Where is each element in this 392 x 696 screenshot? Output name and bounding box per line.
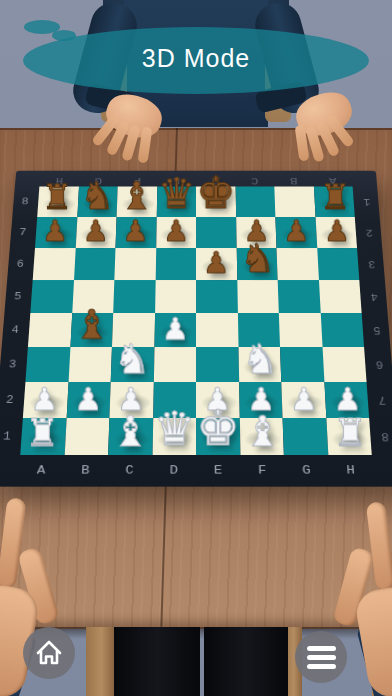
- square-c7[interactable]: ♟: [115, 217, 156, 248]
- file-label: B: [274, 171, 314, 185]
- square-b1[interactable]: [64, 418, 109, 455]
- square-e7[interactable]: [196, 217, 236, 248]
- square-b6[interactable]: [74, 248, 116, 280]
- black-knight-b8[interactable]: ♞: [77, 176, 117, 214]
- square-f5[interactable]: [237, 280, 279, 313]
- square-b3[interactable]: [68, 347, 112, 382]
- rank-label: 3: [362, 248, 382, 280]
- file-label: H: [328, 463, 373, 482]
- rank-label: 8: [15, 187, 34, 217]
- player-right-leg: [204, 627, 288, 696]
- white-queen-d1[interactable]: ♛: [152, 406, 196, 453]
- rank-label: 2: [0, 382, 20, 418]
- black-knight-f6[interactable]: ♞: [237, 238, 278, 277]
- square-b4[interactable]: ♝: [70, 313, 113, 347]
- square-g4[interactable]: [279, 313, 322, 347]
- square-a7[interactable]: ♟: [35, 217, 77, 248]
- square-e3[interactable]: [196, 347, 239, 382]
- square-d8[interactable]: ♛: [156, 187, 196, 217]
- square-e4[interactable]: [196, 313, 238, 347]
- square-b7[interactable]: ♟: [75, 217, 116, 248]
- square-e6[interactable]: ♟: [196, 248, 237, 280]
- black-pawn-h7[interactable]: ♟: [317, 217, 357, 246]
- white-king-e1[interactable]: ♚: [196, 404, 240, 453]
- file-label: D: [152, 463, 196, 482]
- white-rook-h1[interactable]: ♜: [328, 414, 372, 452]
- file-label: B: [63, 463, 108, 482]
- square-g7[interactable]: ♟: [275, 217, 316, 248]
- square-a5[interactable]: [30, 280, 73, 313]
- square-d7[interactable]: ♟: [156, 217, 196, 248]
- square-d5[interactable]: [155, 280, 196, 313]
- white-pawn-d4[interactable]: ♟: [154, 314, 196, 344]
- banner-blob: [52, 30, 76, 41]
- square-a8[interactable]: ♜: [37, 187, 78, 217]
- rank-label: 3: [2, 347, 23, 382]
- player-left-leg: [114, 627, 200, 696]
- square-h6[interactable]: [317, 248, 360, 280]
- square-a4[interactable]: [28, 313, 72, 347]
- square-c1[interactable]: ♝: [108, 418, 153, 455]
- square-d6[interactable]: [155, 248, 196, 280]
- square-c3[interactable]: ♞: [111, 347, 154, 382]
- square-f1[interactable]: ♝: [239, 418, 284, 455]
- rank-label: 1: [357, 187, 376, 217]
- rank-label: 4: [5, 313, 26, 347]
- square-e8[interactable]: ♚: [196, 187, 236, 217]
- black-queen-d8[interactable]: ♛: [156, 173, 196, 215]
- white-rook-a1[interactable]: ♜: [20, 414, 64, 452]
- square-f3[interactable]: ♞: [238, 347, 281, 382]
- file-label: F: [240, 463, 285, 482]
- square-g6[interactable]: [277, 248, 319, 280]
- rank-label: 6: [10, 248, 30, 280]
- square-c6[interactable]: [114, 248, 155, 280]
- black-bishop-c8[interactable]: ♝: [117, 176, 157, 214]
- square-b8[interactable]: ♞: [77, 187, 118, 217]
- square-c5[interactable]: [113, 280, 155, 313]
- file-label: E: [196, 463, 240, 482]
- square-f6[interactable]: ♞: [236, 248, 277, 280]
- white-pawn-b2[interactable]: ♟: [66, 384, 109, 415]
- file-label: C: [107, 463, 152, 482]
- black-rook-h8[interactable]: ♜: [315, 180, 355, 214]
- rank-label: 2: [360, 217, 380, 248]
- square-e1[interactable]: ♚: [196, 418, 240, 455]
- black-pawn-e6[interactable]: ♟: [196, 248, 237, 277]
- chessboard-3d[interactable]: ABCDEFGH ABCDEFGH 87654321 87654321 ♜♞♝♛…: [0, 171, 392, 487]
- square-g3[interactable]: [280, 347, 324, 382]
- file-label: G: [284, 463, 329, 482]
- black-king-e8[interactable]: ♚: [196, 171, 236, 215]
- square-b2[interactable]: ♟: [66, 382, 111, 418]
- square-e5[interactable]: [196, 280, 237, 313]
- square-h1[interactable]: ♜: [326, 418, 372, 455]
- square-h8[interactable]: ♜: [313, 187, 354, 217]
- square-c8[interactable]: ♝: [117, 187, 157, 217]
- square-a3[interactable]: [25, 347, 70, 382]
- file-label: A: [18, 463, 63, 482]
- white-bishop-f1[interactable]: ♝: [240, 410, 284, 452]
- square-a1[interactable]: ♜: [20, 418, 66, 455]
- square-d3[interactable]: [153, 347, 196, 382]
- square-d1[interactable]: ♛: [152, 418, 196, 455]
- hamburger-icon: [307, 646, 336, 669]
- rank-label: 5: [367, 313, 388, 347]
- home-button[interactable]: [23, 627, 75, 679]
- black-pawn-c7[interactable]: ♟: [116, 217, 156, 246]
- square-g5[interactable]: [278, 280, 321, 313]
- board-squares: ♜♞♝♛♚♜♟♟♟♟♟♟♟♟♞♝♟♞♞♟♟♟♟♟♟♟♜♝♛♚♝♜: [20, 187, 372, 455]
- file-labels-bottom: ABCDEFGH: [18, 463, 373, 482]
- rank-label: 8: [374, 418, 392, 455]
- square-d4[interactable]: ♟: [154, 313, 196, 347]
- black-pawn-d7[interactable]: ♟: [156, 217, 196, 246]
- rank-label: 4: [364, 280, 384, 313]
- rank-label: 6: [369, 347, 390, 382]
- square-g2[interactable]: ♟: [281, 382, 326, 418]
- white-bishop-c1[interactable]: ♝: [108, 410, 152, 452]
- menu-button[interactable]: [295, 631, 347, 683]
- square-g1[interactable]: [283, 418, 328, 455]
- square-g8[interactable]: [274, 187, 315, 217]
- black-pawn-a7[interactable]: ♟: [35, 217, 75, 246]
- black-rook-a8[interactable]: ♜: [37, 180, 77, 214]
- chair-leg-left: [86, 627, 114, 696]
- square-f8[interactable]: [235, 187, 275, 217]
- black-pawn-b7[interactable]: ♟: [75, 217, 115, 246]
- square-h5[interactable]: [318, 280, 361, 313]
- black-pawn-g7[interactable]: ♟: [276, 217, 316, 246]
- white-knight-c3[interactable]: ♞: [111, 338, 154, 379]
- rank-label: 7: [13, 217, 33, 248]
- square-h4[interactable]: [320, 313, 364, 347]
- rank-label: 5: [7, 280, 27, 313]
- square-h7[interactable]: ♟: [315, 217, 357, 248]
- file-label: C: [235, 171, 274, 185]
- rank-label: 1: [0, 418, 18, 455]
- square-h3[interactable]: [322, 347, 367, 382]
- square-a6[interactable]: [33, 248, 76, 280]
- mode-banner-label: 3D Mode: [0, 44, 392, 73]
- home-icon: [33, 637, 65, 669]
- rank-label: 7: [372, 382, 392, 418]
- white-pawn-g2[interactable]: ♟: [282, 384, 325, 415]
- white-knight-f3[interactable]: ♞: [239, 338, 282, 379]
- black-bishop-b4[interactable]: ♝: [70, 304, 112, 344]
